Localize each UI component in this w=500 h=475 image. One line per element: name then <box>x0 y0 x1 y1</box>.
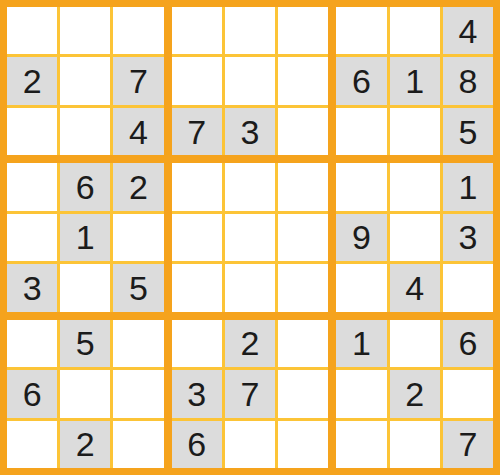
cell-r7c9[interactable]: 6 <box>443 320 493 367</box>
cell-r9c4[interactable]: 6 <box>172 421 222 468</box>
cell-r2c9[interactable]: 8 <box>443 57 493 104</box>
cell-r5c5[interactable] <box>225 214 275 261</box>
cell-r9c3[interactable] <box>113 421 163 468</box>
cell-r1c2[interactable] <box>60 7 110 54</box>
cell-r4c6[interactable] <box>278 163 328 210</box>
cell-r6c8[interactable]: 4 <box>390 264 440 311</box>
cell-r6c2[interactable] <box>60 264 110 311</box>
cell-r3c5[interactable]: 3 <box>225 108 275 155</box>
cell-r9c7[interactable] <box>336 421 386 468</box>
box-4: 62135 <box>7 163 164 311</box>
cell-r7c3[interactable] <box>113 320 163 367</box>
cell-r7c8[interactable] <box>390 320 440 367</box>
box-9: 1627 <box>336 320 493 468</box>
cell-r8c8[interactable]: 2 <box>390 370 440 417</box>
cell-r5c7[interactable]: 9 <box>336 214 386 261</box>
cell-r2c3[interactable]: 7 <box>113 57 163 104</box>
cell-r4c2[interactable]: 6 <box>60 163 110 210</box>
cell-r6c1[interactable]: 3 <box>7 264 57 311</box>
cell-r5c9[interactable]: 3 <box>443 214 493 261</box>
cell-r7c5[interactable]: 2 <box>225 320 275 367</box>
cell-r1c1[interactable] <box>7 7 57 54</box>
cell-r2c2[interactable] <box>60 57 110 104</box>
cell-r8c6[interactable] <box>278 370 328 417</box>
cell-r5c6[interactable] <box>278 214 328 261</box>
cell-r5c4[interactable] <box>172 214 222 261</box>
cell-r9c6[interactable] <box>278 421 328 468</box>
cell-r4c8[interactable] <box>390 163 440 210</box>
cell-r2c6[interactable] <box>278 57 328 104</box>
box-5 <box>172 163 329 311</box>
cell-r9c1[interactable] <box>7 421 57 468</box>
cell-r8c4[interactable]: 3 <box>172 370 222 417</box>
cell-r4c4[interactable] <box>172 163 222 210</box>
box-8: 2376 <box>172 320 329 468</box>
cell-r1c6[interactable] <box>278 7 328 54</box>
cell-r3c8[interactable] <box>390 108 440 155</box>
cell-r8c7[interactable] <box>336 370 386 417</box>
cell-r7c1[interactable] <box>7 320 57 367</box>
cell-r1c3[interactable] <box>113 7 163 54</box>
box-3: 46185 <box>336 7 493 155</box>
cell-r4c3[interactable]: 2 <box>113 163 163 210</box>
cell-r2c7[interactable]: 6 <box>336 57 386 104</box>
cell-r6c9[interactable] <box>443 264 493 311</box>
cell-r7c7[interactable]: 1 <box>336 320 386 367</box>
cell-r3c6[interactable] <box>278 108 328 155</box>
cell-r7c4[interactable] <box>172 320 222 367</box>
cell-r4c1[interactable] <box>7 163 57 210</box>
cell-r3c9[interactable]: 5 <box>443 108 493 155</box>
cell-r2c5[interactable] <box>225 57 275 104</box>
cell-r7c6[interactable] <box>278 320 328 367</box>
cell-r5c1[interactable] <box>7 214 57 261</box>
cell-r8c2[interactable] <box>60 370 110 417</box>
cell-r1c8[interactable] <box>390 7 440 54</box>
cell-r2c1[interactable]: 2 <box>7 57 57 104</box>
cell-r3c1[interactable] <box>7 108 57 155</box>
cell-r9c9[interactable]: 7 <box>443 421 493 468</box>
cell-r5c8[interactable] <box>390 214 440 261</box>
cell-r6c6[interactable] <box>278 264 328 311</box>
cell-r5c2[interactable]: 1 <box>60 214 110 261</box>
cell-r4c7[interactable] <box>336 163 386 210</box>
cell-r5c3[interactable] <box>113 214 163 261</box>
cell-r7c2[interactable]: 5 <box>60 320 110 367</box>
sudoku-board: 274734618562135193456223761627 <box>0 0 500 475</box>
cell-r9c5[interactable] <box>225 421 275 468</box>
cell-r4c9[interactable]: 1 <box>443 163 493 210</box>
cell-r4c5[interactable] <box>225 163 275 210</box>
cell-r3c7[interactable] <box>336 108 386 155</box>
cell-r6c7[interactable] <box>336 264 386 311</box>
cell-r1c5[interactable] <box>225 7 275 54</box>
cell-r8c3[interactable] <box>113 370 163 417</box>
cell-r6c4[interactable] <box>172 264 222 311</box>
cell-r6c3[interactable]: 5 <box>113 264 163 311</box>
cell-r3c3[interactable]: 4 <box>113 108 163 155</box>
cell-r9c2[interactable]: 2 <box>60 421 110 468</box>
cell-r8c9[interactable] <box>443 370 493 417</box>
cell-r3c2[interactable] <box>60 108 110 155</box>
cell-r1c9[interactable]: 4 <box>443 7 493 54</box>
box-7: 562 <box>7 320 164 468</box>
cell-r8c1[interactable]: 6 <box>7 370 57 417</box>
box-6: 1934 <box>336 163 493 311</box>
cell-r2c4[interactable] <box>172 57 222 104</box>
box-2: 73 <box>172 7 329 155</box>
box-1: 274 <box>7 7 164 155</box>
cell-r8c5[interactable]: 7 <box>225 370 275 417</box>
cell-r2c8[interactable]: 1 <box>390 57 440 104</box>
cell-r6c5[interactable] <box>225 264 275 311</box>
cell-r1c7[interactable] <box>336 7 386 54</box>
cell-r9c8[interactable] <box>390 421 440 468</box>
cell-r1c4[interactable] <box>172 7 222 54</box>
cell-r3c4[interactable]: 7 <box>172 108 222 155</box>
